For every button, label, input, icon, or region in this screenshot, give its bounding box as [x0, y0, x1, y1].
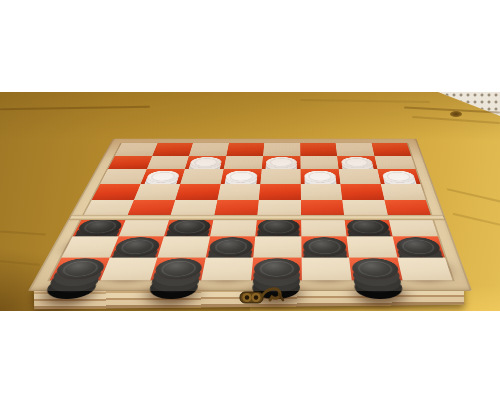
square-f7	[300, 156, 339, 170]
black-checker-c1: ⛂	[153, 258, 204, 279]
board-grid: ⛀⛀⛀⛀⛀⛀⛀⛂⛂⛂⛂⛂⛂⛂⛂⛂⛂⛂⛂	[50, 143, 453, 280]
square-d1	[201, 257, 254, 280]
square-a7	[108, 156, 152, 170]
square-e6	[260, 169, 300, 184]
square-c6	[180, 169, 223, 184]
square-g6	[339, 169, 381, 184]
square-d3	[210, 217, 257, 236]
square-c5	[175, 184, 220, 200]
square-d6: ⛀	[220, 169, 261, 184]
square-h8	[371, 143, 411, 156]
square-c7: ⛀	[185, 156, 226, 170]
square-f2: ⛂	[301, 236, 349, 257]
black-checker-b2: ⛂	[112, 237, 162, 256]
square-f1	[301, 257, 352, 280]
white-checker-h6: ⛀	[381, 171, 416, 183]
black-checker-g3: ⛂	[346, 218, 390, 236]
square-b6: ⛀	[140, 169, 185, 184]
white-checker-f6: ⛀	[304, 171, 336, 183]
square-h7	[374, 156, 416, 170]
square-b3	[118, 217, 170, 236]
black-checker-a1: ⛂	[52, 258, 107, 279]
square-h6: ⛀	[377, 169, 420, 184]
black-checker-h2: ⛂	[394, 237, 443, 256]
square-b5	[134, 184, 181, 200]
white-checker-b6: ⛀	[145, 171, 181, 183]
white-checker-g7: ⛀	[341, 157, 373, 168]
square-g8	[336, 143, 374, 156]
square-c1: ⛂	[150, 257, 205, 280]
checkers-board: ⛀⛀⛀⛀⛀⛀⛀⛂⛂⛂⛂⛂⛂⛂⛂⛂⛂⛂⛂	[28, 139, 472, 291]
square-e2	[253, 236, 301, 257]
square-g3: ⛂	[344, 217, 392, 236]
square-b8	[152, 143, 193, 156]
table-surface: ⛀⛀⛀⛀⛀⛀⛀⛂⛂⛂⛂⛂⛂⛂⛂⛂⛂⛂⛂	[0, 92, 500, 311]
square-g5	[340, 184, 384, 200]
square-g2	[347, 236, 397, 257]
bottom-margin	[0, 311, 500, 400]
square-h3	[388, 217, 438, 236]
black-checker-g1: ⛂	[351, 258, 400, 279]
square-f5	[300, 184, 342, 200]
square-f8	[300, 143, 337, 156]
square-h5	[380, 184, 425, 200]
square-b2: ⛂	[110, 236, 164, 257]
black-checker-e3: ⛂	[257, 218, 299, 236]
white-checker-d6: ⛀	[224, 171, 257, 183]
square-e3: ⛂	[255, 217, 301, 236]
square-g7: ⛀	[337, 156, 377, 170]
square-a8	[115, 143, 157, 156]
square-c3: ⛂	[164, 217, 214, 236]
square-d7	[223, 156, 263, 170]
black-checker-e1: ⛂	[253, 258, 299, 279]
square-c8	[189, 143, 229, 156]
square-e1: ⛂	[251, 257, 301, 280]
top-margin	[0, 0, 500, 92]
square-f3	[301, 217, 347, 236]
square-e7: ⛀	[262, 156, 300, 170]
black-checker-d2: ⛂	[207, 237, 253, 256]
square-h1	[397, 257, 453, 280]
white-checker-e7: ⛀	[266, 157, 297, 168]
square-f6: ⛀	[300, 169, 340, 184]
white-checker-c7: ⛀	[189, 157, 222, 168]
board-hinge-seam	[69, 215, 444, 220]
board-scene: ⛀⛀⛀⛀⛀⛀⛀⛂⛂⛂⛂⛂⛂⛂⛂⛂⛂⛂⛂	[26, 92, 491, 311]
square-d2: ⛂	[205, 236, 255, 257]
square-e8	[263, 143, 300, 156]
square-e5	[259, 184, 301, 200]
square-h2: ⛂	[392, 236, 445, 257]
square-a5	[92, 184, 140, 200]
square-d5	[217, 184, 260, 200]
clasp-latch-icon	[238, 285, 286, 307]
square-a6	[100, 169, 146, 184]
black-checker-c3: ⛂	[166, 218, 212, 236]
screenshot-root: ⛀⛀⛀⛀⛀⛀⛀⛂⛂⛂⛂⛂⛂⛂⛂⛂⛂⛂⛂	[0, 0, 500, 400]
square-c2	[157, 236, 209, 257]
square-d8	[226, 143, 264, 156]
black-checker-f2: ⛂	[303, 237, 347, 256]
black-checker-a3: ⛂	[75, 218, 124, 236]
square-g1: ⛂	[349, 257, 402, 280]
square-b1	[100, 257, 158, 280]
square-b7	[146, 156, 189, 170]
